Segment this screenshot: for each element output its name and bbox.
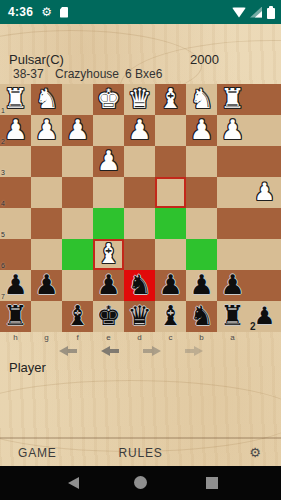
white-P-piece: ♟ — [186, 115, 217, 146]
square-b3[interactable] — [186, 146, 217, 177]
square-e8[interactable]: ♚ — [93, 301, 124, 332]
wifi-icon — [232, 7, 246, 18]
black-R-piece: ♜ — [0, 301, 31, 332]
file-label-f: f — [62, 333, 93, 343]
square-g7[interactable]: ♟ — [31, 270, 62, 301]
square-b4[interactable] — [186, 177, 217, 208]
player-name: Player — [9, 360, 46, 375]
white-N-piece: ♞ — [186, 84, 217, 115]
rank-label-4: 4 — [1, 200, 7, 208]
square-a3[interactable] — [217, 146, 248, 177]
file-label-c: c — [155, 333, 186, 343]
square-a5[interactable] — [217, 208, 248, 239]
back-icon[interactable] — [68, 477, 79, 489]
square-c7[interactable]: ♟ — [155, 270, 186, 301]
file-label-h: h — [0, 333, 31, 343]
square-e4[interactable] — [93, 177, 124, 208]
gear-icon: ⚙ — [41, 0, 52, 24]
square-d2[interactable]: ♟ — [124, 115, 155, 146]
black-N-piece: ♞ — [186, 301, 217, 332]
square-f5[interactable] — [62, 208, 93, 239]
square-b5[interactable] — [186, 208, 217, 239]
square-b8[interactable]: ♞ — [186, 301, 217, 332]
first-move-button[interactable] — [57, 346, 79, 356]
square-e5[interactable] — [93, 208, 124, 239]
white-B-piece: ♝ — [155, 84, 186, 115]
last-move-button[interactable] — [183, 346, 205, 356]
square-c8[interactable]: ♝ — [155, 301, 186, 332]
square-d3[interactable] — [124, 146, 155, 177]
white-P-piece: ♟ — [217, 115, 248, 146]
square-c1[interactable]: ♝ — [155, 84, 186, 115]
rank-label-6: 6 — [1, 262, 7, 270]
square-f7[interactable] — [62, 270, 93, 301]
battery-icon — [267, 6, 275, 19]
square-d6[interactable] — [124, 239, 155, 270]
square-a7[interactable]: ♟ — [217, 270, 248, 301]
white-P-piece: ♟ — [124, 115, 155, 146]
file-labels: hgfedcba — [0, 333, 248, 343]
square-f1[interactable] — [62, 84, 93, 115]
tab-rules[interactable]: RULES — [0, 446, 281, 460]
square-g3[interactable] — [31, 146, 62, 177]
prev-move-button[interactable] — [99, 346, 121, 356]
square-e7[interactable]: ♟ — [93, 270, 124, 301]
bottom-tab-bar: GAME RULES ⚙ — [0, 439, 281, 466]
pocket-cell-4[interactable]: ♟ — [248, 177, 281, 208]
black-P-piece: ♟ — [31, 270, 62, 301]
white-pocket-pawn: ♟ — [248, 177, 281, 208]
move-navigation — [57, 345, 205, 357]
last-move-label: 6 Bxe6 — [125, 67, 162, 81]
white-Q-piece: ♛ — [124, 84, 155, 115]
file-label-e: e — [93, 333, 124, 343]
square-c4[interactable] — [155, 177, 186, 208]
variant-name: Crazyhouse — [55, 67, 119, 81]
square-g5[interactable] — [31, 208, 62, 239]
file-label-g: g — [31, 333, 62, 343]
square-d4[interactable] — [124, 177, 155, 208]
pocket-cell-1[interactable] — [248, 84, 281, 115]
pocket-cell-5[interactable] — [248, 208, 281, 239]
square-e2[interactable] — [93, 115, 124, 146]
white-N-piece: ♞ — [31, 84, 62, 115]
file-label-d: d — [124, 333, 155, 343]
white-P-piece: ♟ — [31, 115, 62, 146]
square-b6[interactable] — [186, 239, 217, 270]
square-b7[interactable]: ♟ — [186, 270, 217, 301]
square-d7[interactable]: ♞ — [124, 270, 155, 301]
rank-label-3: 3 — [1, 169, 7, 177]
square-f2[interactable]: ♟ — [62, 115, 93, 146]
square-f6[interactable] — [62, 239, 93, 270]
pocket-cell-2[interactable] — [248, 115, 281, 146]
pocket-cell-6[interactable] — [248, 239, 281, 270]
settings-gear-icon[interactable]: ⚙ — [249, 439, 261, 466]
square-g2[interactable]: ♟ — [31, 115, 62, 146]
square-b1[interactable]: ♞ — [186, 84, 217, 115]
white-R-piece: ♜ — [217, 84, 248, 115]
sd-card-icon — [60, 7, 68, 18]
home-icon[interactable] — [134, 476, 147, 489]
phone-screen: 4:36 ⚙ Pulsar(C) 2000 38-37 Crazyhouse 6… — [0, 0, 281, 500]
square-h8[interactable]: ♜ — [0, 301, 31, 332]
clock-score: 38-37 — [13, 67, 44, 81]
square-c5[interactable] — [155, 208, 186, 239]
opponent-name: Pulsar(C) — [9, 52, 64, 67]
black-P-piece: ♟ — [186, 270, 217, 301]
white-P-piece: ♟ — [62, 115, 93, 146]
square-g1[interactable]: ♞ — [31, 84, 62, 115]
pocket-cell-7[interactable] — [248, 270, 281, 301]
square-a4[interactable] — [217, 177, 248, 208]
file-label-a: a — [217, 333, 248, 343]
clock-time: 4:36 — [8, 5, 33, 19]
square-a2[interactable]: ♟ — [217, 115, 248, 146]
rank-label-1: 1 — [1, 107, 7, 115]
chess-board: ♜♞♚♛♝♞♜♟♟♟♟♟♟♟♟♝♟♟♟♞♟♟♟♜♝♚♛♝♞♜2♟1234567 — [0, 84, 281, 332]
status-right-icons — [232, 6, 275, 19]
square-c2[interactable] — [155, 115, 186, 146]
square-f8[interactable]: ♝ — [62, 301, 93, 332]
black-B-piece: ♝ — [155, 301, 186, 332]
pocket-cell-3[interactable] — [248, 146, 281, 177]
square-a1[interactable]: ♜ — [217, 84, 248, 115]
pocket-cell-8[interactable]: 2♟ — [248, 301, 281, 332]
rank-label-5: 5 — [1, 231, 7, 239]
file-label-b: b — [186, 333, 217, 343]
square-g6[interactable] — [31, 239, 62, 270]
black-Q-piece: ♛ — [124, 301, 155, 332]
game-header: Pulsar(C) 2000 38-37 Crazyhouse 6 Bxe6 — [0, 50, 281, 84]
white-B-piece: ♝ — [93, 239, 124, 270]
square-d5[interactable] — [124, 208, 155, 239]
black-P-piece: ♟ — [93, 270, 124, 301]
android-status-bar: 4:36 ⚙ — [0, 0, 281, 24]
square-f3[interactable] — [62, 146, 93, 177]
black-pocket-count: 2 — [250, 321, 256, 332]
next-move-button[interactable] — [141, 346, 163, 356]
square-a6[interactable] — [217, 239, 248, 270]
square-a8[interactable]: ♜ — [217, 301, 248, 332]
square-g4[interactable] — [31, 177, 62, 208]
recents-icon[interactable] — [206, 477, 218, 489]
black-P-piece: ♟ — [217, 270, 248, 301]
white-K-piece: ♚ — [93, 84, 124, 115]
square-d8[interactable]: ♛ — [124, 301, 155, 332]
cell-signal-icon — [250, 7, 262, 18]
square-b2[interactable]: ♟ — [186, 115, 217, 146]
opponent-rating: 2000 — [190, 52, 219, 67]
square-f4[interactable] — [62, 177, 93, 208]
square-d1[interactable]: ♛ — [124, 84, 155, 115]
white-P-piece: ♟ — [93, 146, 124, 177]
black-N-piece: ♞ — [124, 270, 155, 301]
square-g8[interactable] — [31, 301, 62, 332]
rank-label-7: 7 — [1, 293, 7, 301]
square-e6[interactable]: ♝ — [93, 239, 124, 270]
square-c3[interactable] — [155, 146, 186, 177]
square-e3[interactable]: ♟ — [93, 146, 124, 177]
square-e1[interactable]: ♚ — [93, 84, 124, 115]
black-R-piece: ♜ — [217, 301, 248, 332]
black-B-piece: ♝ — [62, 301, 93, 332]
android-nav-bar — [0, 466, 281, 500]
rank-label-2: 2 — [1, 138, 7, 146]
black-K-piece: ♚ — [93, 301, 124, 332]
square-c6[interactable] — [155, 239, 186, 270]
black-P-piece: ♟ — [155, 270, 186, 301]
